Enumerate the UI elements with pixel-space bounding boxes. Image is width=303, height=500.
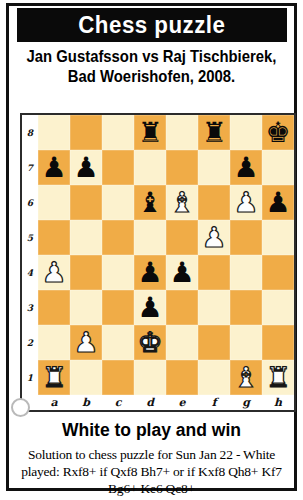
square-c5 <box>102 220 134 255</box>
square-g5 <box>230 220 262 255</box>
piece-black-pawn-b7: ♟ <box>73 150 98 185</box>
square-d3: ♟ <box>134 290 166 325</box>
rank-label-4: 4 <box>22 255 38 290</box>
square-a1: ♜ <box>38 360 70 395</box>
square-h1: ♜ <box>262 360 294 395</box>
rank-label-1: 1 <box>22 360 38 395</box>
piece-white-pawn-a4: ♟ <box>41 255 66 290</box>
piece-black-king-h8: ♚ <box>265 115 290 150</box>
square-a4: ♟ <box>38 255 70 290</box>
rank-label-5: 5 <box>22 220 38 255</box>
square-f7 <box>198 150 230 185</box>
rank-label-8: 8 <box>22 115 38 150</box>
square-g8 <box>230 115 262 150</box>
square-c4 <box>102 255 134 290</box>
square-f2 <box>198 325 230 360</box>
square-g3 <box>230 290 262 325</box>
square-e8 <box>166 115 198 150</box>
square-d5 <box>134 220 166 255</box>
piece-black-bishop-d6: ♝ <box>137 185 162 220</box>
square-b8 <box>70 115 102 150</box>
file-label-d: d <box>134 395 166 410</box>
square-c8 <box>102 115 134 150</box>
square-g4 <box>230 255 262 290</box>
square-d1 <box>134 360 166 395</box>
square-a3 <box>38 290 70 325</box>
file-label-g: g <box>230 395 262 410</box>
square-g7: ♟ <box>230 150 262 185</box>
piece-white-pawn-b2: ♟ <box>73 325 98 360</box>
square-c1 <box>102 360 134 395</box>
square-c3 <box>102 290 134 325</box>
piece-white-rook-a1: ♜ <box>41 360 66 395</box>
square-h3 <box>262 290 294 325</box>
square-f1 <box>198 360 230 395</box>
piece-black-rook-d8: ♜ <box>137 115 162 150</box>
square-d2: ♚ <box>134 325 166 360</box>
chess-board-grid: 8♜♜♚7♟♟♟6♝♝♟♟5♟4♟♟♟3♟2♟♚1♜♝♜abcdefgh <box>20 113 296 412</box>
piece-black-pawn-d4: ♟ <box>137 255 162 290</box>
square-h8: ♚ <box>262 115 294 150</box>
square-b7: ♟ <box>70 150 102 185</box>
piece-black-pawn-a7: ♟ <box>41 150 66 185</box>
piece-white-pawn-f5: ♟ <box>201 220 226 255</box>
square-d6: ♝ <box>134 185 166 220</box>
square-e5 <box>166 220 198 255</box>
white-to-move-indicator <box>11 398 30 417</box>
piece-black-pawn-d3: ♟ <box>137 290 162 325</box>
square-f4 <box>198 255 230 290</box>
square-b3 <box>70 290 102 325</box>
square-d4: ♟ <box>134 255 166 290</box>
square-f6 <box>198 185 230 220</box>
square-g1: ♝ <box>230 360 262 395</box>
file-label-f: f <box>198 395 230 410</box>
puzzle-task: White to play and win <box>10 420 293 441</box>
file-label-h: h <box>262 395 294 410</box>
square-h7 <box>262 150 294 185</box>
square-a8 <box>38 115 70 150</box>
square-c6 <box>102 185 134 220</box>
rank-label-3: 3 <box>22 290 38 325</box>
piece-white-rook-h1: ♜ <box>265 360 290 395</box>
square-c7 <box>102 150 134 185</box>
piece-white-bishop-g1: ♝ <box>233 360 258 395</box>
square-h6: ♟ <box>262 185 294 220</box>
square-b1 <box>70 360 102 395</box>
file-label-a: a <box>38 395 70 410</box>
square-h4 <box>262 255 294 290</box>
rank-label-7: 7 <box>22 150 38 185</box>
square-b2: ♟ <box>70 325 102 360</box>
square-e7 <box>166 150 198 185</box>
square-d8: ♜ <box>134 115 166 150</box>
square-f3 <box>198 290 230 325</box>
square-d7 <box>134 150 166 185</box>
square-g2 <box>230 325 262 360</box>
match-header: Jan Gustafsson vs Raj Tischbierek, Bad W… <box>10 47 293 87</box>
match-event: Bad Woerishofen, 2008. <box>24 67 279 87</box>
puzzle-card: Chess puzzle Jan Gustafsson vs Raj Tisch… <box>0 0 303 500</box>
square-h5 <box>262 220 294 255</box>
piece-black-pawn-e4: ♟ <box>169 255 194 290</box>
match-players: Jan Gustafsson vs Raj Tischbierek, <box>24 47 279 67</box>
square-a6 <box>38 185 70 220</box>
square-e2 <box>166 325 198 360</box>
square-a5 <box>38 220 70 255</box>
square-e4: ♟ <box>166 255 198 290</box>
square-g6: ♟ <box>230 185 262 220</box>
square-f5: ♟ <box>198 220 230 255</box>
file-label-e: e <box>166 395 198 410</box>
page-title: Chess puzzle <box>78 12 225 39</box>
title-bar: Chess puzzle <box>17 8 287 42</box>
piece-white-pawn-g6: ♟ <box>233 185 258 220</box>
piece-black-rook-f8: ♜ <box>201 115 226 150</box>
square-h2 <box>262 325 294 360</box>
square-a2 <box>38 325 70 360</box>
piece-black-pawn-g7: ♟ <box>233 150 258 185</box>
previous-solution: Solution to chess puzzle for Sun Jan 22 … <box>13 447 290 498</box>
square-b4 <box>70 255 102 290</box>
rank-label-2: 2 <box>22 325 38 360</box>
square-e6: ♝ <box>166 185 198 220</box>
square-e3 <box>166 290 198 325</box>
piece-white-king-d2: ♚ <box>137 325 162 360</box>
file-label-c: c <box>102 395 134 410</box>
square-a7: ♟ <box>38 150 70 185</box>
square-c2 <box>102 325 134 360</box>
square-e1 <box>166 360 198 395</box>
square-b6 <box>70 185 102 220</box>
square-f8: ♜ <box>198 115 230 150</box>
file-label-b: b <box>70 395 102 410</box>
piece-white-bishop-e6: ♝ <box>169 185 194 220</box>
square-b5 <box>70 220 102 255</box>
piece-black-pawn-h6: ♟ <box>265 185 290 220</box>
rank-label-6: 6 <box>22 185 38 220</box>
